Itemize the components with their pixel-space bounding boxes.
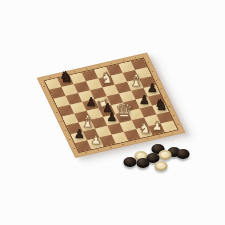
black-checker [152,144,165,154]
black-checker [137,158,150,168]
chess-board [37,53,185,158]
black-checker [177,149,190,159]
cream-checker [155,161,168,171]
cream-checker [135,151,148,161]
cream-checker [159,150,172,160]
board-square [161,121,178,133]
black-checker [124,157,137,167]
black-checker [147,153,160,163]
product-photo: ♞♞♝♟♜♟♟♟♝♟♛♞♟♟♞♟ [0,0,225,225]
black-checker [168,147,181,157]
